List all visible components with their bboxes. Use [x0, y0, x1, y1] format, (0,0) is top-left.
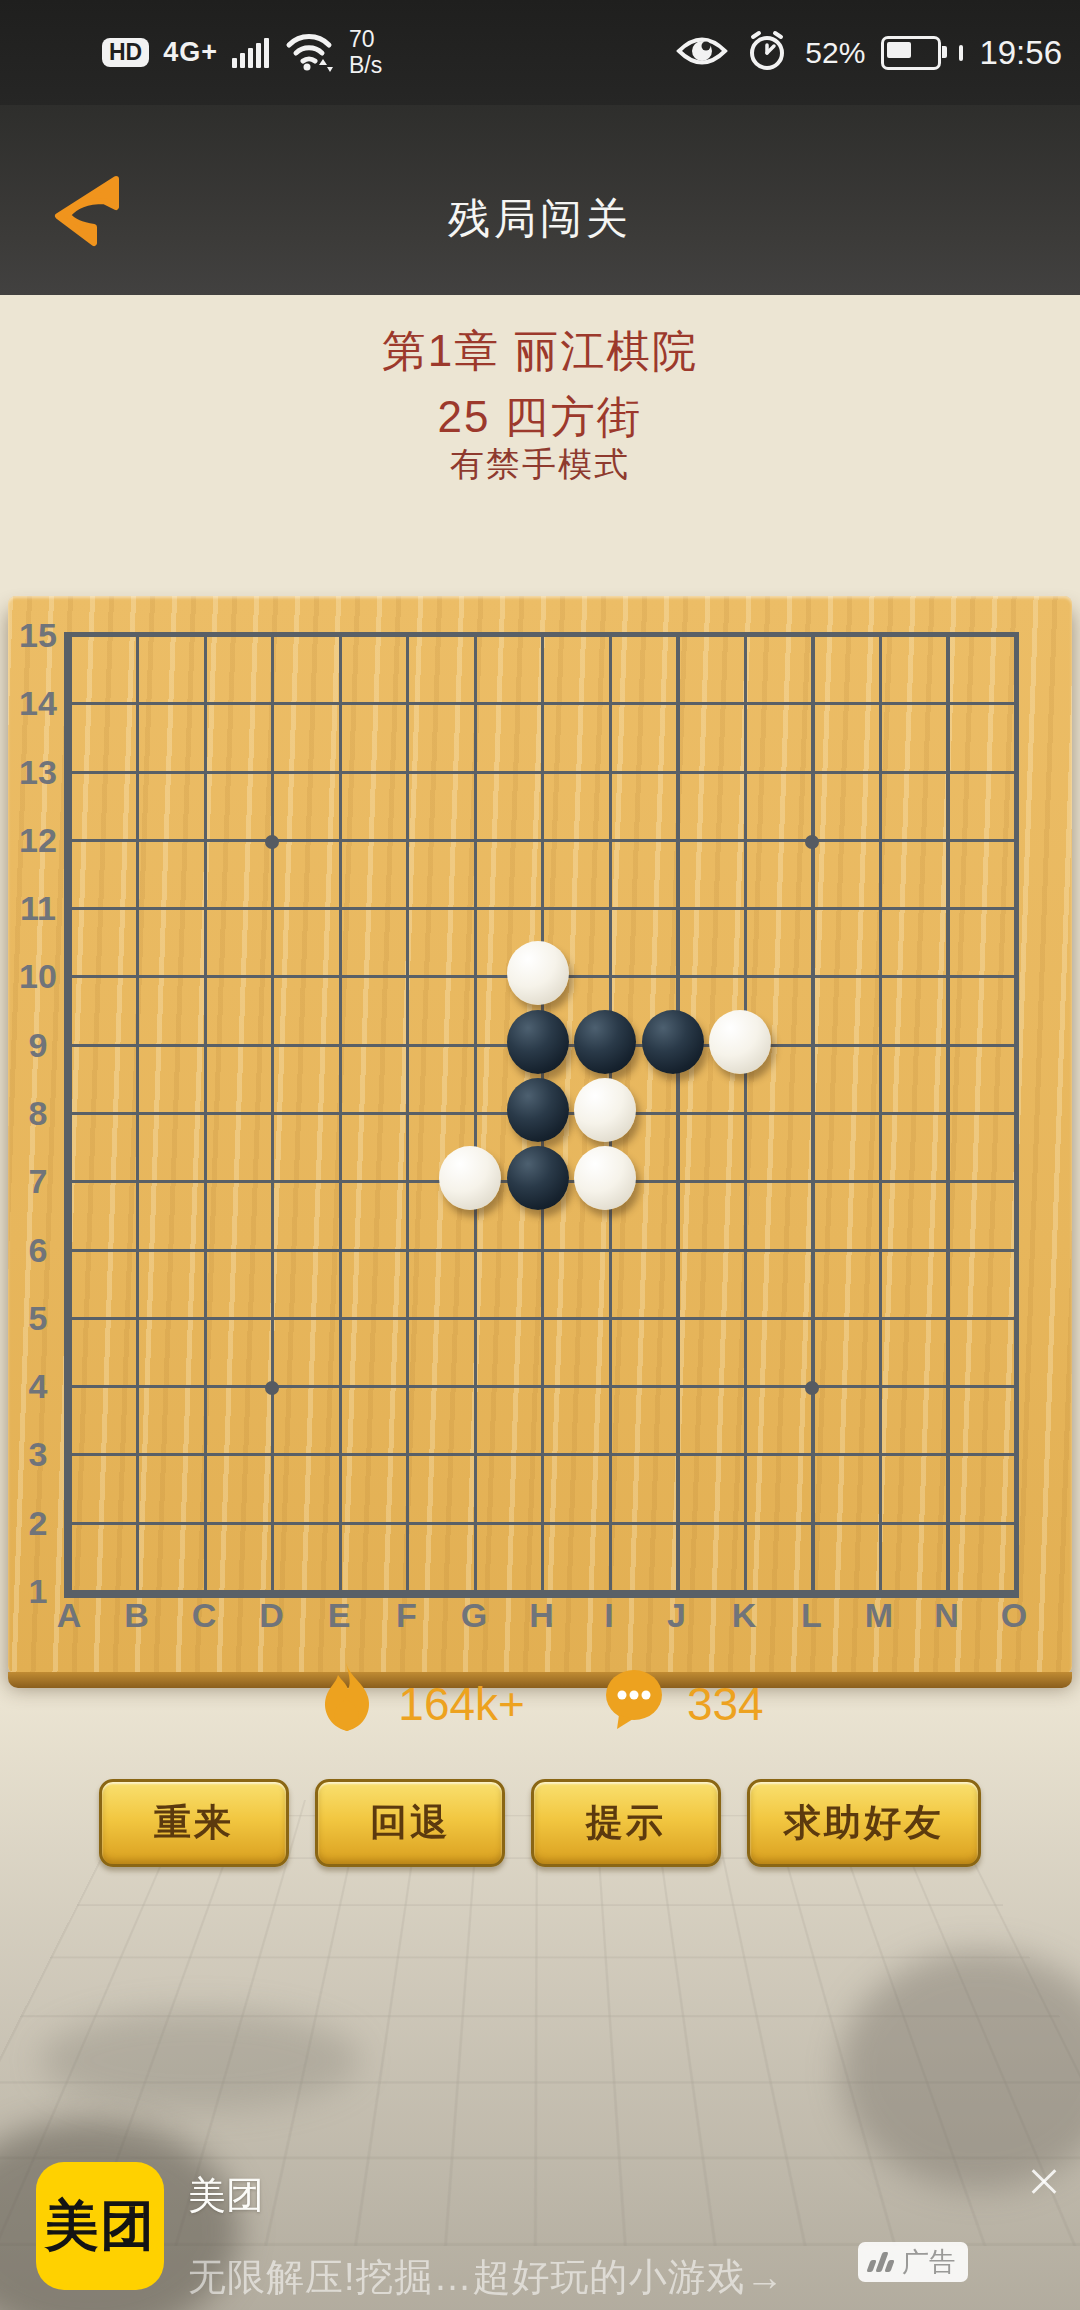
black-stone-H7 [507, 1146, 569, 1210]
title-bar: 残局闯关 [0, 105, 1080, 295]
row-label-14: 14 [16, 684, 60, 723]
row-label-5: 5 [16, 1299, 60, 1338]
hd-badge-icon: HD [102, 38, 149, 67]
star-point-L12 [805, 835, 819, 849]
back-arrow-icon [28, 257, 138, 274]
star-point-D4 [265, 1381, 279, 1395]
battery-percent: 52% [805, 36, 865, 70]
stats-row: 164k+ 334 [0, 1662, 1080, 1746]
col-label-A: A [47, 1596, 91, 1635]
row-label-11: 11 [16, 889, 60, 928]
col-label-D: D [250, 1596, 294, 1635]
col-label-B: B [115, 1596, 159, 1635]
col-label-M: M [857, 1596, 901, 1635]
black-stone-H9 [507, 1010, 569, 1074]
ad-badge: 广告 [858, 2242, 968, 2282]
col-label-F: F [385, 1596, 429, 1635]
row-label-7: 7 [16, 1162, 60, 1201]
stage-chapter: 第1章 丽江棋院 [0, 322, 1080, 381]
row-label-6: 6 [16, 1231, 60, 1270]
background-stones-art [40, 2010, 360, 2110]
row-label-15: 15 [16, 616, 60, 655]
col-label-E: E [317, 1596, 361, 1635]
wifi-icon [283, 29, 335, 77]
ad-close-button[interactable] [1024, 2162, 1064, 2202]
alarm-clock-icon [745, 29, 789, 77]
row-label-8: 8 [16, 1094, 60, 1133]
col-label-G: G [452, 1596, 496, 1635]
white-stone-G7 [439, 1146, 501, 1210]
white-stone-I7 [574, 1146, 636, 1210]
gomoku-board[interactable]: 151413121110987654321ABCDEFGHIJKLMNO [8, 596, 1072, 1674]
flame-icon [316, 1661, 378, 1748]
signal-bars-icon [232, 38, 269, 68]
star-point-D12 [265, 835, 279, 849]
col-label-K: K [722, 1596, 766, 1635]
black-stone-I9 [574, 1010, 636, 1074]
ad-advertiser-name[interactable]: 美团 [188, 2170, 264, 2221]
ad-subtitle[interactable]: 无限解压!挖掘…超好玩的小游戏→ [188, 2252, 785, 2303]
star-point-L4 [805, 1381, 819, 1395]
stage-level: 25 四方街 [0, 388, 1080, 447]
network-type-label: 4G+ [163, 37, 218, 68]
eye-icon [675, 32, 729, 74]
status-bar: HD 4G+ 70 B/s [0, 0, 1080, 105]
row-label-12: 12 [16, 821, 60, 860]
row-label-3: 3 [16, 1435, 60, 1474]
row-label-9: 9 [16, 1026, 60, 1065]
col-label-H: H [520, 1596, 564, 1635]
white-stone-K9 [709, 1010, 771, 1074]
page-title: 残局闯关 [0, 191, 1080, 247]
col-label-I: I [587, 1596, 631, 1635]
action-button-row: 重来 回退 提示 求助好友 [0, 1776, 1080, 1870]
chat-bubble-icon [601, 1667, 667, 1742]
white-stone-H10 [507, 941, 569, 1005]
white-stone-I8 [574, 1078, 636, 1142]
undo-button[interactable]: 回退 [315, 1779, 505, 1867]
row-label-10: 10 [16, 957, 60, 996]
hint-button[interactable]: 提示 [531, 1779, 721, 1867]
likes-count: 164k+ [398, 1677, 525, 1731]
row-label-2: 2 [16, 1504, 60, 1543]
battery-icon [881, 36, 941, 70]
restart-button[interactable]: 重来 [99, 1779, 289, 1867]
battery-saver-mark [959, 45, 963, 61]
network-speed: 70 B/s [349, 27, 382, 78]
row-label-13: 13 [16, 753, 60, 792]
meituan-logo[interactable]: 美团 [36, 2162, 164, 2290]
col-label-N: N [925, 1596, 969, 1635]
background-trees-art [840, 1950, 1080, 2190]
stage-mode: 有禁手模式 [0, 442, 1080, 488]
clock-time: 19:56 [979, 34, 1062, 72]
row-label-4: 4 [16, 1367, 60, 1406]
col-label-O: O [992, 1596, 1036, 1635]
col-label-L: L [790, 1596, 834, 1635]
black-stone-J9 [642, 1010, 704, 1074]
ask-friends-button[interactable]: 求助好友 [747, 1779, 981, 1867]
col-label-J: J [655, 1596, 699, 1635]
comments-count: 334 [687, 1677, 764, 1731]
black-stone-H8 [507, 1078, 569, 1142]
stripes-ad-icon [866, 2252, 897, 2272]
col-label-C: C [182, 1596, 226, 1635]
